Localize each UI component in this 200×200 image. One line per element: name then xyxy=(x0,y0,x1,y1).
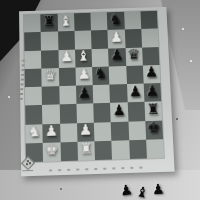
captured-black-bishop[interactable]: ♝ xyxy=(135,183,150,200)
black-queen[interactable]: ♛ xyxy=(127,48,141,63)
square-b4[interactable] xyxy=(42,86,59,105)
manufacturer-logo-icon xyxy=(22,157,33,168)
square-g8[interactable] xyxy=(124,11,141,29)
square-f1[interactable] xyxy=(112,140,130,160)
square-d8[interactable] xyxy=(74,13,91,31)
captured-black-pawn[interactable]: ♟ xyxy=(151,181,165,198)
white-knight[interactable]: ♞ xyxy=(27,125,41,140)
black-rook[interactable]: ♜ xyxy=(146,102,160,117)
square-b7[interactable] xyxy=(41,32,58,51)
square-f8[interactable]: ♞ xyxy=(107,12,124,30)
square-d2[interactable]: ♟ xyxy=(77,122,95,141)
white-pawn[interactable]: ♟ xyxy=(60,50,73,65)
square-f2[interactable] xyxy=(111,121,129,140)
square-h1[interactable] xyxy=(146,139,164,159)
logo-text-line xyxy=(22,170,33,171)
border-print-bottom xyxy=(49,166,144,171)
square-e6[interactable] xyxy=(92,48,109,67)
board-grid: ♜♝♞♟♟♝♟♛♛♟♞♟♟♟♟♟♜♞♟♟♚♚♜ xyxy=(24,11,164,162)
square-a8[interactable] xyxy=(24,14,41,32)
square-a3[interactable] xyxy=(25,105,42,124)
square-b1[interactable]: ♚ xyxy=(43,142,61,162)
black-pawn[interactable]: ♟ xyxy=(112,103,126,118)
white-pawn[interactable]: ♟ xyxy=(77,68,91,83)
square-g3[interactable] xyxy=(127,102,145,121)
square-f4[interactable] xyxy=(110,84,128,103)
square-h5[interactable]: ♟ xyxy=(143,65,161,84)
square-c5[interactable] xyxy=(58,67,75,86)
square-e3[interactable] xyxy=(93,103,111,122)
square-d5[interactable]: ♟ xyxy=(75,67,92,86)
square-e8[interactable] xyxy=(90,12,107,30)
square-g6[interactable]: ♛ xyxy=(125,47,143,66)
square-b2[interactable]: ♟ xyxy=(43,123,61,142)
square-f3[interactable]: ♟ xyxy=(110,103,128,122)
square-a7[interactable] xyxy=(24,32,41,51)
square-e7[interactable] xyxy=(91,30,108,48)
chess-board: ♜♝♞♟♟♝♟♛♛♟♞♟♟♟♟♟♜♞♟♟♚♚♜ xyxy=(19,7,175,176)
square-g5[interactable] xyxy=(126,65,144,84)
square-c8[interactable]: ♝ xyxy=(57,13,74,31)
square-b3[interactable] xyxy=(42,105,59,124)
black-pawn[interactable]: ♟ xyxy=(145,84,159,99)
square-a2[interactable]: ♞ xyxy=(25,124,42,143)
black-rook[interactable]: ♜ xyxy=(42,15,55,29)
square-c3[interactable] xyxy=(59,104,77,123)
speckle xyxy=(182,28,184,30)
square-b5[interactable]: ♛ xyxy=(42,68,59,87)
square-g4[interactable]: ♟ xyxy=(127,84,145,103)
black-knight[interactable]: ♞ xyxy=(94,67,108,82)
white-pawn[interactable]: ♟ xyxy=(44,124,58,139)
square-b8[interactable]: ♜ xyxy=(41,14,58,32)
square-h6[interactable] xyxy=(142,47,160,66)
white-pawn[interactable]: ♟ xyxy=(110,31,124,45)
square-d7[interactable] xyxy=(74,31,91,49)
square-e4[interactable] xyxy=(93,85,111,104)
square-c7[interactable] xyxy=(58,31,75,49)
square-g2[interactable] xyxy=(128,121,146,140)
square-h7[interactable] xyxy=(141,29,159,47)
captured-black-pawn[interactable]: ♟ xyxy=(119,181,134,199)
square-b6[interactable] xyxy=(41,50,58,69)
black-pawn[interactable]: ♟ xyxy=(145,66,159,81)
square-f7[interactable]: ♟ xyxy=(108,30,125,48)
square-d6[interactable]: ♝ xyxy=(75,49,92,68)
square-g1[interactable] xyxy=(129,139,147,159)
square-c4[interactable] xyxy=(59,86,76,105)
speckle xyxy=(8,96,10,98)
square-d3[interactable] xyxy=(76,104,94,123)
white-king[interactable]: ♚ xyxy=(45,143,59,158)
square-e1[interactable] xyxy=(94,141,112,161)
square-e5[interactable]: ♞ xyxy=(92,66,109,85)
captured-pieces-tray: ♟♝♟ xyxy=(112,176,182,200)
black-king[interactable]: ♚ xyxy=(147,121,161,136)
black-pawn[interactable]: ♟ xyxy=(110,49,124,64)
square-e2[interactable] xyxy=(94,122,112,141)
black-pawn[interactable]: ♟ xyxy=(78,86,92,101)
white-bishop[interactable]: ♝ xyxy=(59,14,72,28)
black-pawn[interactable]: ♟ xyxy=(128,84,142,99)
square-h2[interactable]: ♚ xyxy=(145,120,163,139)
square-f5[interactable] xyxy=(109,66,127,85)
square-a4[interactable] xyxy=(25,87,42,106)
black-knight[interactable]: ♞ xyxy=(109,13,123,27)
square-d1[interactable]: ♜ xyxy=(77,141,95,161)
speckle xyxy=(60,188,62,190)
square-h8[interactable] xyxy=(140,11,157,29)
white-queen[interactable]: ♛ xyxy=(43,69,56,84)
square-c2[interactable] xyxy=(60,123,78,142)
square-h4[interactable]: ♟ xyxy=(143,83,161,102)
square-h3[interactable]: ♜ xyxy=(144,101,162,120)
square-f6[interactable]: ♟ xyxy=(108,48,125,67)
square-a6[interactable] xyxy=(24,50,41,69)
square-c6[interactable]: ♟ xyxy=(58,49,75,68)
speckle xyxy=(190,60,192,62)
white-pawn[interactable]: ♟ xyxy=(79,123,93,138)
speckle xyxy=(176,118,178,120)
photo-frame: ♜♝♞♟♟♝♟♛♛♟♞♟♟♟♟♟♜♞♟♟♚♚♜ ♟♝♟ xyxy=(0,0,200,200)
square-c1[interactable] xyxy=(60,142,78,162)
square-d4[interactable]: ♟ xyxy=(76,85,94,104)
square-g7[interactable] xyxy=(124,29,141,47)
white-bishop[interactable]: ♝ xyxy=(77,50,91,65)
square-a5[interactable] xyxy=(25,68,42,87)
white-rook[interactable]: ♜ xyxy=(79,142,93,157)
